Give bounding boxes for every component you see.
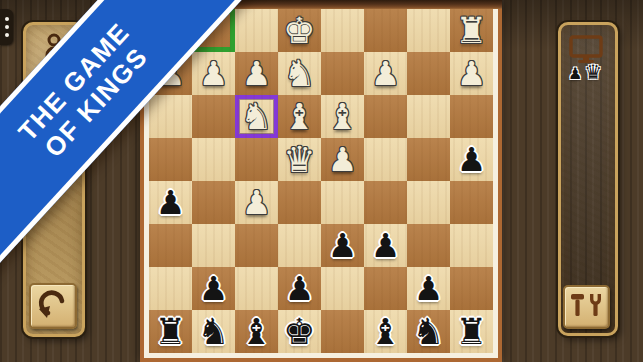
piece-n-b8[interactable]: ♞ [407, 310, 450, 353]
square-h5[interactable]: ♟ [149, 181, 192, 224]
square-a6[interactable] [450, 224, 493, 267]
square-b3[interactable] [407, 95, 450, 138]
square-e2[interactable]: ♞ [278, 52, 321, 95]
undo-icon [36, 288, 70, 324]
piece-B-e3[interactable]: ♝ [278, 95, 321, 138]
piece-p-h5[interactable]: ♟ [149, 181, 192, 224]
square-a7[interactable] [450, 267, 493, 310]
black-queen-icon: ♛ [584, 62, 602, 82]
undo-button[interactable] [29, 283, 77, 329]
square-h3[interactable] [149, 95, 192, 138]
square-c6[interactable]: ♟ [364, 224, 407, 267]
square-f6[interactable] [235, 224, 278, 267]
piece-N-f3[interactable]: ♞ [235, 95, 278, 138]
square-b6[interactable] [407, 224, 450, 267]
square-b2[interactable] [407, 52, 450, 95]
square-a2[interactable]: ♟ [450, 52, 493, 95]
piece-r-h8[interactable]: ♜ [149, 310, 192, 353]
menu-drawer-handle[interactable] [0, 9, 13, 45]
square-g5[interactable] [192, 181, 235, 224]
square-d2[interactable] [321, 52, 364, 95]
square-d7[interactable] [321, 267, 364, 310]
piece-B-d3[interactable]: ♝ [321, 95, 364, 138]
square-f3[interactable]: ♞ [235, 95, 278, 138]
square-g8[interactable]: ♞ [192, 310, 235, 353]
square-f4[interactable] [235, 138, 278, 181]
piece-P-f2[interactable]: ♟ [235, 52, 278, 95]
piece-p-e7[interactable]: ♟ [278, 267, 321, 310]
square-g7[interactable]: ♟ [192, 267, 235, 310]
tools-button[interactable] [563, 285, 610, 329]
piece-p-d6[interactable]: ♟ [321, 224, 364, 267]
tools-icon [569, 292, 605, 322]
piece-n-g8[interactable]: ♞ [192, 310, 235, 353]
square-c1[interactable] [364, 9, 407, 52]
square-f8[interactable]: ♝ [235, 310, 278, 353]
piece-b-f8[interactable]: ♝ [235, 310, 278, 353]
square-d6[interactable]: ♟ [321, 224, 364, 267]
square-h4[interactable] [149, 138, 192, 181]
square-e7[interactable]: ♟ [278, 267, 321, 310]
square-f2[interactable]: ♟ [235, 52, 278, 95]
piece-k-e8[interactable]: ♚ [278, 310, 321, 353]
piece-p-g7[interactable]: ♟ [192, 267, 235, 310]
piece-P-c2[interactable]: ♟ [364, 52, 407, 95]
opponent-side-indicator: ♟ ♛ [568, 62, 608, 82]
square-d3[interactable]: ♝ [321, 95, 364, 138]
square-h8[interactable]: ♜ [149, 310, 192, 353]
square-c4[interactable] [364, 138, 407, 181]
square-a1[interactable]: ♜ [450, 9, 493, 52]
chess-board: ♜♚♜♟♟♟♞♟♟♞♝♝♛♟♟♟♟♟♟♟♟♟♜♞♝♚♝♞♜ [149, 9, 493, 353]
square-d1[interactable] [321, 9, 364, 52]
piece-P-a2[interactable]: ♟ [450, 52, 493, 95]
square-b1[interactable] [407, 9, 450, 52]
square-a5[interactable] [450, 181, 493, 224]
square-e8[interactable]: ♚ [278, 310, 321, 353]
piece-P-d4[interactable]: ♟ [321, 138, 364, 181]
square-d5[interactable] [321, 181, 364, 224]
square-g4[interactable] [192, 138, 235, 181]
square-a3[interactable] [450, 95, 493, 138]
square-c7[interactable] [364, 267, 407, 310]
square-e6[interactable] [278, 224, 321, 267]
square-b5[interactable] [407, 181, 450, 224]
piece-P-g2[interactable]: ♟ [192, 52, 235, 95]
square-g2[interactable]: ♟ [192, 52, 235, 95]
square-e4[interactable]: ♛ [278, 138, 321, 181]
square-e3[interactable]: ♝ [278, 95, 321, 138]
square-f5[interactable]: ♟ [235, 181, 278, 224]
square-h7[interactable] [149, 267, 192, 310]
square-a4[interactable]: ♟ [450, 138, 493, 181]
piece-b-c8[interactable]: ♝ [364, 310, 407, 353]
square-g6[interactable] [192, 224, 235, 267]
square-c8[interactable]: ♝ [364, 310, 407, 353]
piece-K-e1[interactable]: ♚ [278, 9, 321, 52]
square-b7[interactable]: ♟ [407, 267, 450, 310]
app-screen: ♜♚♜♟♟♟♞♟♟♞♝♝♛♟♟♟♟♟♟♟♟♟♜♞♝♚♝♞♜ ♟ ♛ [0, 0, 643, 362]
piece-R-a1[interactable]: ♜ [450, 9, 493, 52]
piece-r-a8[interactable]: ♜ [450, 310, 493, 353]
piece-p-c6[interactable]: ♟ [364, 224, 407, 267]
square-e1[interactable]: ♚ [278, 9, 321, 52]
piece-Q-e4[interactable]: ♛ [278, 138, 321, 181]
square-b4[interactable] [407, 138, 450, 181]
square-c3[interactable] [364, 95, 407, 138]
piece-p-b7[interactable]: ♟ [407, 267, 450, 310]
square-f1[interactable] [235, 9, 278, 52]
square-b8[interactable]: ♞ [407, 310, 450, 353]
square-c5[interactable] [364, 181, 407, 224]
square-d8[interactable] [321, 310, 364, 353]
square-g3[interactable] [192, 95, 235, 138]
black-pawn-icon: ♟ [568, 66, 582, 82]
piece-p-a4[interactable]: ♟ [450, 138, 493, 181]
square-a8[interactable]: ♜ [450, 310, 493, 353]
square-h6[interactable] [149, 224, 192, 267]
square-e5[interactable] [278, 181, 321, 224]
square-f7[interactable] [235, 267, 278, 310]
square-c2[interactable]: ♟ [364, 52, 407, 95]
piece-N-e2[interactable]: ♞ [278, 52, 321, 95]
piece-P-f5[interactable]: ♟ [235, 181, 278, 224]
square-d4[interactable]: ♟ [321, 138, 364, 181]
